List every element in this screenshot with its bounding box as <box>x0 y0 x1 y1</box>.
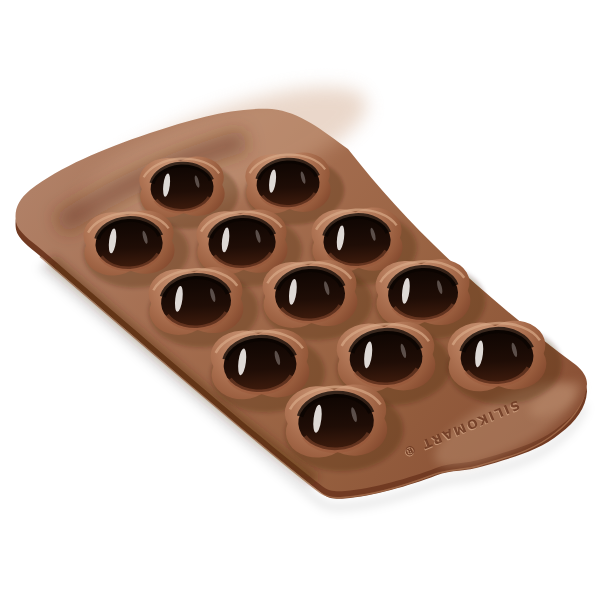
photo-stage: SILIKOMART ® SILIKOMART ® <box>0 0 600 600</box>
scene-svg: SILIKOMART ® SILIKOMART ® <box>0 0 600 600</box>
chocolate-mold: SILIKOMART ® SILIKOMART ® <box>16 61 588 507</box>
